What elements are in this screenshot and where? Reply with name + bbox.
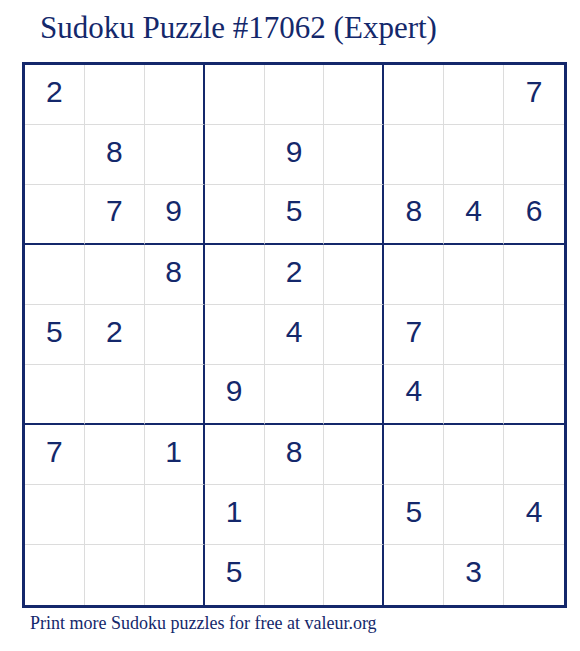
cell-r8c2[interactable] [85, 485, 145, 545]
cell-r6c4[interactable]: 9 [205, 365, 265, 425]
cell-r2c4[interactable] [205, 125, 265, 185]
cell-r5c6[interactable] [324, 305, 384, 365]
cell-r9c1[interactable] [25, 545, 85, 605]
cell-r6c5[interactable] [265, 365, 325, 425]
cell-r5c9[interactable] [504, 305, 564, 365]
cell-r6c7[interactable]: 4 [384, 365, 444, 425]
cell-r1c1[interactable]: 2 [25, 65, 85, 125]
cell-r7c8[interactable] [444, 425, 504, 485]
cell-r9c7[interactable] [384, 545, 444, 605]
cell-r7c5[interactable]: 8 [265, 425, 325, 485]
cell-r9c4[interactable]: 5 [205, 545, 265, 605]
cell-r2c3[interactable] [145, 125, 205, 185]
cell-r4c6[interactable] [324, 245, 384, 305]
cell-r4c3[interactable]: 8 [145, 245, 205, 305]
cell-r1c3[interactable] [145, 65, 205, 125]
cell-r3c7[interactable]: 8 [384, 185, 444, 245]
cell-r4c9[interactable] [504, 245, 564, 305]
cell-r3c6[interactable] [324, 185, 384, 245]
cell-r8c9[interactable]: 4 [504, 485, 564, 545]
cell-r8c3[interactable] [145, 485, 205, 545]
cell-r9c2[interactable] [85, 545, 145, 605]
cell-r1c4[interactable] [205, 65, 265, 125]
cell-r6c2[interactable] [85, 365, 145, 425]
cell-r9c6[interactable] [324, 545, 384, 605]
cell-r3c1[interactable] [25, 185, 85, 245]
cell-r9c8[interactable]: 3 [444, 545, 504, 605]
cell-r7c9[interactable] [504, 425, 564, 485]
cell-r7c1[interactable]: 7 [25, 425, 85, 485]
cell-r7c6[interactable] [324, 425, 384, 485]
cell-r1c2[interactable] [85, 65, 145, 125]
cell-r5c5[interactable]: 4 [265, 305, 325, 365]
cell-r3c9[interactable]: 6 [504, 185, 564, 245]
cell-r5c4[interactable] [205, 305, 265, 365]
cell-r3c3[interactable]: 9 [145, 185, 205, 245]
cell-r3c4[interactable] [205, 185, 265, 245]
cell-r8c4[interactable]: 1 [205, 485, 265, 545]
cell-r3c5[interactable]: 5 [265, 185, 325, 245]
cell-r2c8[interactable] [444, 125, 504, 185]
cell-r1c9[interactable]: 7 [504, 65, 564, 125]
cell-r5c7[interactable]: 7 [384, 305, 444, 365]
cell-r2c1[interactable] [25, 125, 85, 185]
cell-r1c8[interactable] [444, 65, 504, 125]
cell-r4c1[interactable] [25, 245, 85, 305]
cell-r2c5[interactable]: 9 [265, 125, 325, 185]
cell-r6c3[interactable] [145, 365, 205, 425]
cell-r7c4[interactable] [205, 425, 265, 485]
cell-r8c8[interactable] [444, 485, 504, 545]
cell-r7c2[interactable] [85, 425, 145, 485]
cell-r2c6[interactable] [324, 125, 384, 185]
cell-r3c8[interactable]: 4 [444, 185, 504, 245]
cell-r5c8[interactable] [444, 305, 504, 365]
cell-r3c2[interactable]: 7 [85, 185, 145, 245]
cell-r4c7[interactable] [384, 245, 444, 305]
cell-r6c9[interactable] [504, 365, 564, 425]
cell-r6c6[interactable] [324, 365, 384, 425]
cell-r9c3[interactable] [145, 545, 205, 605]
page-title: Sudoku Puzzle #17062 (Expert) [40, 10, 437, 46]
cell-r2c2[interactable]: 8 [85, 125, 145, 185]
cell-r6c1[interactable] [25, 365, 85, 425]
cell-r2c9[interactable] [504, 125, 564, 185]
cell-r5c1[interactable]: 5 [25, 305, 85, 365]
cell-r5c3[interactable] [145, 305, 205, 365]
cell-r9c9[interactable] [504, 545, 564, 605]
cell-r8c7[interactable]: 5 [384, 485, 444, 545]
cell-r1c5[interactable] [265, 65, 325, 125]
cell-r4c8[interactable] [444, 245, 504, 305]
cell-r2c7[interactable] [384, 125, 444, 185]
footer-text: Print more Sudoku puzzles for free at va… [30, 613, 377, 634]
page: Sudoku Puzzle #17062 (Expert) 2789795846… [0, 0, 580, 651]
cell-r6c8[interactable] [444, 365, 504, 425]
cell-r9c5[interactable] [265, 545, 325, 605]
cell-r1c7[interactable] [384, 65, 444, 125]
cell-r4c2[interactable] [85, 245, 145, 305]
cell-r7c3[interactable]: 1 [145, 425, 205, 485]
cell-r8c6[interactable] [324, 485, 384, 545]
cell-r1c6[interactable] [324, 65, 384, 125]
cell-r4c5[interactable]: 2 [265, 245, 325, 305]
cell-r8c5[interactable] [265, 485, 325, 545]
cell-r4c4[interactable] [205, 245, 265, 305]
sudoku-board: 27897958468252479471815453 [22, 62, 567, 608]
cell-r8c1[interactable] [25, 485, 85, 545]
cell-r7c7[interactable] [384, 425, 444, 485]
cell-r5c2[interactable]: 2 [85, 305, 145, 365]
